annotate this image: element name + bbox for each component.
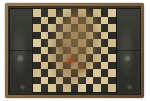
board-square xyxy=(33,77,41,85)
board-square xyxy=(33,84,41,92)
game-board xyxy=(5,3,144,98)
board-square xyxy=(33,17,41,25)
board-square xyxy=(71,39,79,47)
board-square xyxy=(33,62,41,70)
board-square xyxy=(93,39,101,47)
board-square xyxy=(93,17,101,25)
board-square xyxy=(93,84,101,92)
board-square xyxy=(63,24,71,32)
board-square xyxy=(33,54,41,62)
board-square xyxy=(108,84,116,92)
board-square xyxy=(56,69,64,77)
board-square xyxy=(101,77,109,85)
board-square xyxy=(86,62,94,70)
board-square xyxy=(63,54,71,62)
board-square xyxy=(86,54,94,62)
board-square xyxy=(56,77,64,85)
board-square xyxy=(86,47,94,55)
board-square xyxy=(56,47,64,55)
board-square xyxy=(71,62,79,70)
left-side-panel xyxy=(9,8,34,95)
board-square xyxy=(71,69,79,77)
board-square xyxy=(71,24,79,32)
board-square xyxy=(93,9,101,17)
board-square xyxy=(93,69,101,77)
board-square xyxy=(56,32,64,40)
board-square xyxy=(33,9,41,17)
board-square xyxy=(41,77,49,85)
board-square xyxy=(33,39,41,47)
board-square xyxy=(41,32,49,40)
board-square xyxy=(71,9,79,17)
board-square xyxy=(108,24,116,32)
board-square xyxy=(63,69,71,77)
board-square xyxy=(108,39,116,47)
photo-background xyxy=(0,0,150,101)
board-square xyxy=(71,84,79,92)
board-square xyxy=(86,9,94,17)
board-square xyxy=(108,77,116,85)
board-square xyxy=(101,69,109,77)
board-square xyxy=(48,9,56,17)
board-square xyxy=(71,47,79,55)
board-square xyxy=(101,47,109,55)
board-square xyxy=(93,54,101,62)
board-square xyxy=(78,54,86,62)
board-square xyxy=(108,47,116,55)
board-square xyxy=(108,17,116,25)
board-square xyxy=(101,17,109,25)
board-square xyxy=(101,84,109,92)
board-square xyxy=(108,62,116,70)
board-square xyxy=(78,47,86,55)
board-square xyxy=(56,24,64,32)
board-square xyxy=(78,32,86,40)
board-square xyxy=(56,9,64,17)
board-square xyxy=(56,17,64,25)
board-square xyxy=(78,62,86,70)
board-square xyxy=(41,47,49,55)
board-square xyxy=(41,17,49,25)
board-square xyxy=(93,24,101,32)
board-square xyxy=(86,17,94,25)
board-square xyxy=(56,84,64,92)
board-square xyxy=(41,69,49,77)
right-side-panel xyxy=(116,8,141,95)
board-square xyxy=(41,84,49,92)
board-square xyxy=(101,54,109,62)
board-square xyxy=(108,9,116,17)
board-square xyxy=(48,47,56,55)
board-square xyxy=(101,24,109,32)
board-square xyxy=(63,32,71,40)
board-square xyxy=(41,24,49,32)
board-square xyxy=(48,17,56,25)
board-square xyxy=(56,54,64,62)
board-square xyxy=(86,84,94,92)
board-square xyxy=(63,17,71,25)
board-square xyxy=(101,9,109,17)
board-square xyxy=(71,77,79,85)
board-square xyxy=(41,39,49,47)
board-square xyxy=(86,39,94,47)
board-square xyxy=(101,32,109,40)
board-square xyxy=(108,54,116,62)
board-square xyxy=(78,24,86,32)
board-square xyxy=(48,24,56,32)
board-square xyxy=(78,9,86,17)
board-square xyxy=(63,9,71,17)
board-square xyxy=(48,62,56,70)
board-square xyxy=(93,47,101,55)
board-square xyxy=(86,77,94,85)
board-square xyxy=(48,84,56,92)
board-square xyxy=(86,32,94,40)
board-square xyxy=(33,32,41,40)
checkerboard-grid xyxy=(32,8,117,93)
board-square xyxy=(48,54,56,62)
board-square xyxy=(56,62,64,70)
board-square xyxy=(71,32,79,40)
board-square xyxy=(78,39,86,47)
board-square xyxy=(48,32,56,40)
board-square xyxy=(48,69,56,77)
board-square xyxy=(63,77,71,85)
board-square xyxy=(78,69,86,77)
board-square xyxy=(63,39,71,47)
board-square xyxy=(86,69,94,77)
board-square xyxy=(101,62,109,70)
board-square xyxy=(63,84,71,92)
board-square xyxy=(56,39,64,47)
board-square xyxy=(33,47,41,55)
board-square xyxy=(71,17,79,25)
board-square xyxy=(93,77,101,85)
board-square xyxy=(78,77,86,85)
board-square xyxy=(108,32,116,40)
board-square xyxy=(86,24,94,32)
board-square xyxy=(71,54,79,62)
board-square xyxy=(48,39,56,47)
board-square xyxy=(41,54,49,62)
board-square xyxy=(93,32,101,40)
board-square xyxy=(108,69,116,77)
board-square xyxy=(41,9,49,17)
board-square xyxy=(63,62,71,70)
board-square xyxy=(41,62,49,70)
board-square xyxy=(63,47,71,55)
board-square xyxy=(93,62,101,70)
board-square xyxy=(78,84,86,92)
board-square xyxy=(33,24,41,32)
board-square xyxy=(101,39,109,47)
board-square xyxy=(33,69,41,77)
board-square xyxy=(78,17,86,25)
board-square xyxy=(48,77,56,85)
